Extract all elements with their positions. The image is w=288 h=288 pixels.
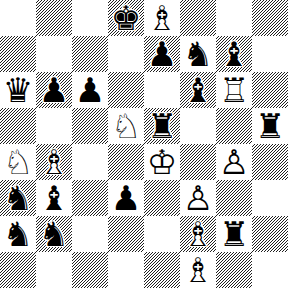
square-a6[interactable]: ♛ [0,72,36,108]
square-e1[interactable] [144,252,180,288]
square-b3[interactable]: ♝ [36,180,72,216]
square-c5[interactable] [72,108,108,144]
piece-black-pawn[interactable]: ♟ [111,180,141,216]
square-e5[interactable]: ♜ [144,108,180,144]
square-h7[interactable] [252,36,288,72]
piece-black-pawn[interactable]: ♟ [39,72,69,108]
square-e3[interactable] [144,180,180,216]
square-d2[interactable] [108,216,144,252]
piece-black-knight[interactable]: ♞ [3,180,33,216]
square-e2[interactable] [144,216,180,252]
piece-black-king[interactable]: ♚ [111,0,141,36]
piece-white-pawn[interactable]: ♙ [183,180,213,216]
square-g4[interactable]: ♟♙ [216,144,252,180]
square-f3[interactable]: ♟♙ [180,180,216,216]
square-b5[interactable] [36,108,72,144]
square-c1[interactable] [72,252,108,288]
square-e6[interactable] [144,72,180,108]
square-d6[interactable] [108,72,144,108]
square-h2[interactable] [252,216,288,252]
square-g8[interactable] [216,0,252,36]
square-c4[interactable] [72,144,108,180]
chess-board: ♚♝♗♟♞♝♛♟♟♝♜♖♞♘♜♜♞♘♝♗♚♔♟♙♞♝♟♟♙♞♞♝♗♜♝♗ [0,0,288,288]
square-g5[interactable] [216,108,252,144]
square-a4[interactable]: ♞♘ [0,144,36,180]
square-h5[interactable]: ♜ [252,108,288,144]
piece-white-bishop[interactable]: ♗ [39,144,69,180]
piece-white-bishop[interactable]: ♗ [183,216,213,252]
square-b4[interactable]: ♝♗ [36,144,72,180]
square-b2[interactable]: ♞ [36,216,72,252]
square-c7[interactable] [72,36,108,72]
square-b1[interactable] [36,252,72,288]
square-a7[interactable] [0,36,36,72]
square-a1[interactable] [0,252,36,288]
square-d7[interactable] [108,36,144,72]
square-h6[interactable] [252,72,288,108]
square-e4[interactable]: ♚♔ [144,144,180,180]
square-g3[interactable] [216,180,252,216]
piece-white-king[interactable]: ♔ [147,144,177,180]
piece-white-knight[interactable]: ♘ [111,108,141,144]
chess-board-diagram: ♚♝♗♟♞♝♛♟♟♝♜♖♞♘♜♜♞♘♝♗♚♔♟♙♞♝♟♟♙♞♞♝♗♜♝♗ [0,0,288,288]
square-h3[interactable] [252,180,288,216]
square-f4[interactable] [180,144,216,180]
square-b7[interactable] [36,36,72,72]
square-c3[interactable] [72,180,108,216]
square-e7[interactable]: ♟ [144,36,180,72]
piece-white-bishop[interactable]: ♗ [147,0,177,36]
piece-black-knight[interactable]: ♞ [39,216,69,252]
piece-white-bishop[interactable]: ♗ [183,252,213,288]
square-d1[interactable] [108,252,144,288]
piece-black-pawn[interactable]: ♟ [75,72,105,108]
square-d4[interactable] [108,144,144,180]
piece-black-pawn[interactable]: ♟ [147,36,177,72]
square-a2[interactable]: ♞ [0,216,36,252]
square-f7[interactable]: ♞ [180,36,216,72]
square-h1[interactable] [252,252,288,288]
square-a3[interactable]: ♞ [0,180,36,216]
piece-black-rook[interactable]: ♜ [147,108,177,144]
square-b8[interactable] [36,0,72,36]
square-g1[interactable] [216,252,252,288]
square-f6[interactable]: ♝ [180,72,216,108]
piece-white-rook[interactable]: ♖ [219,72,249,108]
square-h8[interactable] [252,0,288,36]
square-f2[interactable]: ♝♗ [180,216,216,252]
square-e8[interactable]: ♝♗ [144,0,180,36]
square-c6[interactable]: ♟ [72,72,108,108]
square-d5[interactable]: ♞♘ [108,108,144,144]
square-b6[interactable]: ♟ [36,72,72,108]
piece-white-pawn[interactable]: ♙ [219,144,249,180]
piece-black-bishop[interactable]: ♝ [183,72,213,108]
square-d3[interactable]: ♟ [108,180,144,216]
square-g6[interactable]: ♜♖ [216,72,252,108]
square-c8[interactable] [72,0,108,36]
square-g2[interactable]: ♜ [216,216,252,252]
piece-black-bishop[interactable]: ♝ [219,36,249,72]
square-a8[interactable] [0,0,36,36]
square-h4[interactable] [252,144,288,180]
square-d8[interactable]: ♚ [108,0,144,36]
square-c2[interactable] [72,216,108,252]
piece-black-rook[interactable]: ♜ [219,216,249,252]
square-g7[interactable]: ♝ [216,36,252,72]
square-a5[interactable] [0,108,36,144]
square-f1[interactable]: ♝♗ [180,252,216,288]
piece-black-rook[interactable]: ♜ [255,108,285,144]
piece-white-knight[interactable]: ♘ [3,144,33,180]
square-f8[interactable] [180,0,216,36]
piece-black-bishop[interactable]: ♝ [39,180,69,216]
piece-black-knight[interactable]: ♞ [3,216,33,252]
square-f5[interactable] [180,108,216,144]
piece-black-knight[interactable]: ♞ [183,36,213,72]
piece-black-queen[interactable]: ♛ [3,72,33,108]
